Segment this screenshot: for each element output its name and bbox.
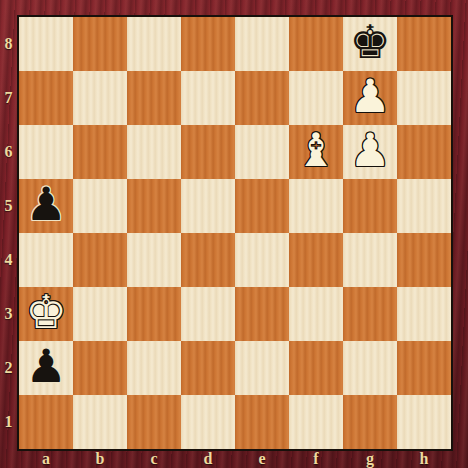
square-a3[interactable]: ♚	[19, 287, 73, 341]
square-h6[interactable]	[397, 125, 451, 179]
square-h4[interactable]	[397, 233, 451, 287]
square-d6[interactable]	[181, 125, 235, 179]
square-f5[interactable]	[289, 179, 343, 233]
rank-label-7: 7	[0, 71, 17, 125]
rank-labels: 87654321	[0, 17, 17, 449]
square-h8[interactable]	[397, 17, 451, 71]
square-e1[interactable]	[235, 395, 289, 449]
square-b2[interactable]	[73, 341, 127, 395]
black-pawn[interactable]: ♟	[25, 177, 66, 231]
rank-label-3: 3	[0, 287, 17, 341]
square-d1[interactable]	[181, 395, 235, 449]
rank-label-5: 5	[0, 179, 17, 233]
square-d2[interactable]	[181, 341, 235, 395]
chess-board-frame: ♚♟♝♟♟♚♟ 87654321 abcdefgh	[0, 0, 468, 468]
square-c4[interactable]	[127, 233, 181, 287]
square-d3[interactable]	[181, 287, 235, 341]
square-b8[interactable]	[73, 17, 127, 71]
square-a7[interactable]	[19, 71, 73, 125]
square-e2[interactable]	[235, 341, 289, 395]
square-e7[interactable]	[235, 71, 289, 125]
square-h1[interactable]	[397, 395, 451, 449]
white-pawn[interactable]: ♟	[349, 69, 390, 123]
square-d8[interactable]	[181, 17, 235, 71]
square-e4[interactable]	[235, 233, 289, 287]
white-pawn[interactable]: ♟	[349, 123, 390, 177]
rank-label-4: 4	[0, 233, 17, 287]
square-c7[interactable]	[127, 71, 181, 125]
file-label-a: a	[19, 449, 73, 468]
square-g3[interactable]	[343, 287, 397, 341]
square-a6[interactable]	[19, 125, 73, 179]
chess-board: ♚♟♝♟♟♚♟	[17, 15, 453, 451]
square-f8[interactable]	[289, 17, 343, 71]
square-e3[interactable]	[235, 287, 289, 341]
square-a5[interactable]: ♟	[19, 179, 73, 233]
square-b4[interactable]	[73, 233, 127, 287]
square-c8[interactable]	[127, 17, 181, 71]
square-f2[interactable]	[289, 341, 343, 395]
square-h5[interactable]	[397, 179, 451, 233]
square-h7[interactable]	[397, 71, 451, 125]
black-king[interactable]: ♚	[349, 15, 390, 69]
square-c3[interactable]	[127, 287, 181, 341]
white-king[interactable]: ♚	[25, 285, 66, 339]
square-g4[interactable]	[343, 233, 397, 287]
square-f1[interactable]	[289, 395, 343, 449]
square-g8[interactable]: ♚	[343, 17, 397, 71]
square-e6[interactable]	[235, 125, 289, 179]
file-label-h: h	[397, 449, 451, 468]
square-e5[interactable]	[235, 179, 289, 233]
file-labels: abcdefgh	[19, 449, 451, 468]
square-b7[interactable]	[73, 71, 127, 125]
square-b3[interactable]	[73, 287, 127, 341]
square-d5[interactable]	[181, 179, 235, 233]
square-d4[interactable]	[181, 233, 235, 287]
square-f4[interactable]	[289, 233, 343, 287]
square-f6[interactable]: ♝	[289, 125, 343, 179]
rank-label-1: 1	[0, 395, 17, 449]
square-b6[interactable]	[73, 125, 127, 179]
square-c2[interactable]	[127, 341, 181, 395]
square-b1[interactable]	[73, 395, 127, 449]
rank-label-2: 2	[0, 341, 17, 395]
file-label-e: e	[235, 449, 289, 468]
square-a2[interactable]: ♟	[19, 341, 73, 395]
white-bishop[interactable]: ♝	[295, 123, 336, 177]
square-a1[interactable]	[19, 395, 73, 449]
file-label-f: f	[289, 449, 343, 468]
square-c1[interactable]	[127, 395, 181, 449]
rank-label-8: 8	[0, 17, 17, 71]
square-g2[interactable]	[343, 341, 397, 395]
file-label-d: d	[181, 449, 235, 468]
file-label-b: b	[73, 449, 127, 468]
square-a4[interactable]	[19, 233, 73, 287]
square-h2[interactable]	[397, 341, 451, 395]
file-label-g: g	[343, 449, 397, 468]
square-f3[interactable]	[289, 287, 343, 341]
square-c6[interactable]	[127, 125, 181, 179]
square-a8[interactable]	[19, 17, 73, 71]
square-g1[interactable]	[343, 395, 397, 449]
rank-label-6: 6	[0, 125, 17, 179]
square-b5[interactable]	[73, 179, 127, 233]
black-pawn[interactable]: ♟	[25, 339, 66, 393]
square-g7[interactable]: ♟	[343, 71, 397, 125]
file-label-c: c	[127, 449, 181, 468]
square-c5[interactable]	[127, 179, 181, 233]
square-d7[interactable]	[181, 71, 235, 125]
square-f7[interactable]	[289, 71, 343, 125]
square-e8[interactable]	[235, 17, 289, 71]
square-g6[interactable]: ♟	[343, 125, 397, 179]
square-h3[interactable]	[397, 287, 451, 341]
square-g5[interactable]	[343, 179, 397, 233]
